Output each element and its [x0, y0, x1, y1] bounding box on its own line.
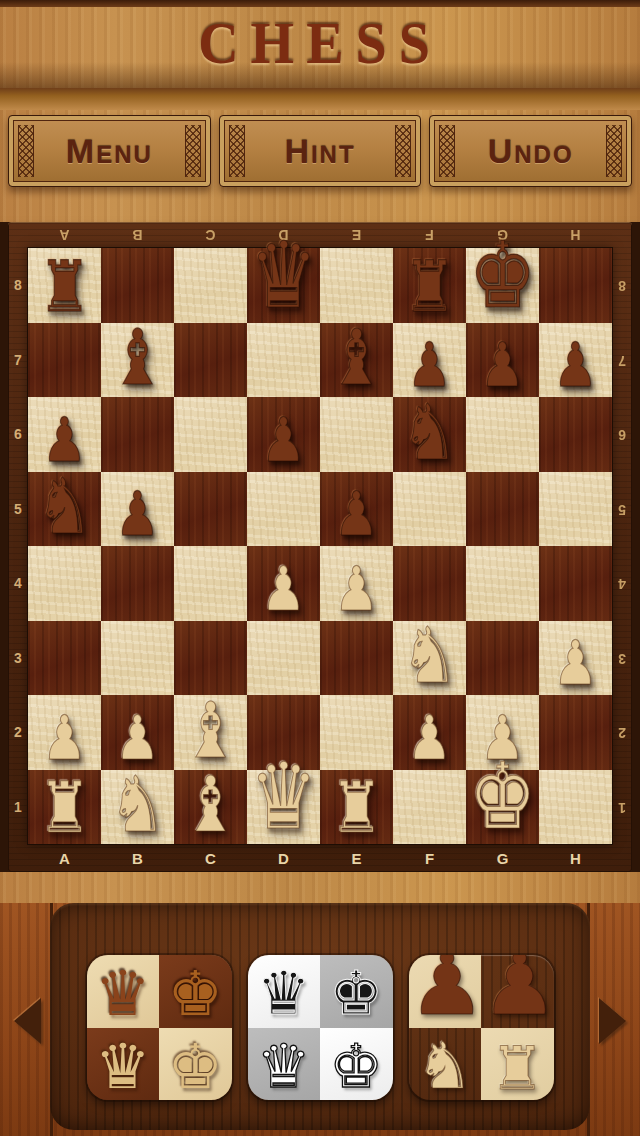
tile-square: ♚	[320, 955, 393, 1028]
piece-dark-knight-f6[interactable]: ♞	[393, 394, 466, 471]
file-label-c: C	[174, 847, 247, 869]
tile-square: ♜	[481, 1028, 554, 1101]
square-g4[interactable]	[466, 546, 539, 621]
title-shadow-groove	[0, 62, 640, 88]
tile-square: ♚	[159, 955, 232, 1028]
square-a8[interactable]: ♜	[28, 248, 101, 323]
tile-piece-queen: ♛	[87, 963, 160, 1025]
piece-white-queen-d1[interactable]: ♛	[247, 752, 320, 844]
square-a2[interactable]: ♟	[28, 695, 101, 770]
tile-square: ♛	[248, 955, 321, 1028]
square-b2[interactable]: ♟	[101, 695, 174, 770]
undo-button[interactable]: Undo	[429, 115, 632, 187]
square-e4[interactable]: ♟	[320, 546, 393, 621]
square-c1[interactable]: ♝	[174, 770, 247, 845]
tile-piece-queen: ♛	[87, 1036, 160, 1098]
piece-dark-bishop-e7[interactable]: ♝	[320, 319, 393, 396]
tile-piece-queen: ♛	[248, 1036, 321, 1096]
rank-label-7: 7	[8, 323, 28, 398]
rank-label-6: 6	[8, 397, 28, 472]
square-h4[interactable]	[539, 546, 612, 621]
menu-button-label: Menu	[66, 132, 153, 171]
plank-groove	[0, 88, 640, 110]
tile-piece-queen: ♛	[248, 963, 321, 1023]
braid-ornament-icon	[185, 125, 201, 177]
piece-set-option-carved-wood-set[interactable]: ♛♚♛♚	[87, 955, 232, 1100]
square-b1[interactable]: ♞	[101, 770, 174, 845]
square-d5[interactable]	[247, 472, 320, 547]
square-g3[interactable]	[466, 621, 539, 696]
file-label-f: F	[393, 847, 466, 869]
square-g7[interactable]: ♟	[466, 323, 539, 398]
next-set-button[interactable]	[599, 998, 626, 1044]
hint-button-label: Hint	[284, 132, 355, 171]
piece-white-king-g1[interactable]: ♚	[466, 752, 539, 844]
previous-set-button[interactable]	[14, 998, 41, 1044]
square-a3[interactable]	[28, 621, 101, 696]
tile-square: ♚	[320, 1028, 393, 1101]
square-c7[interactable]	[174, 323, 247, 398]
square-c2[interactable]: ♝	[174, 695, 247, 770]
square-f1[interactable]	[393, 770, 466, 845]
square-d8[interactable]: ♛	[247, 248, 320, 323]
braid-ornament-icon	[229, 125, 245, 177]
rank-label-4: 4	[8, 546, 28, 621]
rank-label-8: 8	[612, 248, 632, 323]
square-c4[interactable]	[174, 546, 247, 621]
braid-ornament-icon	[18, 125, 34, 177]
piece-dark-king-g8[interactable]: ♚	[466, 230, 539, 322]
chess-board[interactable]: ♜♛♜♚♝♝♟♟♟♟♟♞♞♟♟♟♟♞♟♟♟♝♟♟♜♞♝♛♜♚	[28, 248, 612, 844]
square-h8[interactable]	[539, 248, 612, 323]
file-label-c: C	[174, 225, 247, 246]
square-d1[interactable]: ♛	[247, 770, 320, 845]
piece-dark-pawn-h7[interactable]: ♟	[539, 335, 612, 396]
rank-label-2: 2	[8, 695, 28, 770]
piece-white-bishop-c1[interactable]: ♝	[174, 766, 247, 843]
file-label-e: E	[320, 847, 393, 869]
square-a6[interactable]: ♟	[28, 397, 101, 472]
square-b8[interactable]	[101, 248, 174, 323]
rank-label-5: 5	[8, 472, 28, 547]
tile-piece-king: ♚	[159, 1036, 232, 1098]
file-label-h: H	[539, 225, 612, 246]
tile-piece-king: ♚	[320, 963, 393, 1023]
braid-ornament-icon	[606, 125, 622, 177]
square-e7[interactable]: ♝	[320, 323, 393, 398]
piece-dark-knight-a5[interactable]: ♞	[28, 468, 101, 545]
square-d6[interactable]: ♟	[247, 397, 320, 472]
square-b6[interactable]	[101, 397, 174, 472]
square-b7[interactable]: ♝	[101, 323, 174, 398]
piece-dark-rook-a8[interactable]: ♜	[28, 251, 101, 322]
square-b4[interactable]	[101, 546, 174, 621]
square-f2[interactable]: ♟	[393, 695, 466, 770]
piece-white-rook-e1[interactable]: ♜	[320, 772, 393, 843]
square-e8[interactable]	[320, 248, 393, 323]
file-label-f: F	[393, 225, 466, 246]
square-h5[interactable]	[539, 472, 612, 547]
square-b3[interactable]	[101, 621, 174, 696]
file-label-a: A	[28, 225, 101, 246]
piece-white-pawn-d4[interactable]: ♟	[247, 559, 320, 620]
piece-dark-rook-f8[interactable]: ♜	[393, 251, 466, 322]
piece-dark-pawn-b5[interactable]: ♟	[101, 484, 174, 545]
tile-square: ♟	[481, 955, 554, 1028]
tile-square: ♞	[409, 1028, 482, 1101]
square-g5[interactable]	[466, 472, 539, 547]
square-f4[interactable]	[393, 546, 466, 621]
tile-square: ♟	[409, 955, 482, 1028]
piece-white-pawn-h3[interactable]: ♟	[539, 633, 612, 694]
tile-square: ♛	[87, 1028, 160, 1101]
spacer-strip	[0, 872, 640, 903]
tile-piece-knight: ♞	[409, 1034, 482, 1098]
square-a1[interactable]: ♜	[28, 770, 101, 845]
board-area: ABCDEFGH 87654321 87654321 ABCDEFGH ♜♛♜♚…	[0, 222, 640, 872]
piece-dark-pawn-g7[interactable]: ♟	[466, 335, 539, 396]
piece-set-picker: ♛♚♛♚♛♚♛♚♟♟♞♜	[0, 903, 640, 1136]
chess-app-screen: CHESS Menu Hint Undo ABCDEFGH 87654321 8…	[0, 0, 640, 1136]
rank-label-1: 1	[8, 770, 28, 845]
square-h1[interactable]	[539, 770, 612, 845]
tile-piece-king: ♚	[320, 1036, 393, 1096]
square-h7[interactable]: ♟	[539, 323, 612, 398]
tile-piece-pawn: ♟	[409, 955, 482, 1027]
square-c6[interactable]	[174, 397, 247, 472]
spacer-strip	[0, 192, 640, 222]
file-label-h: H	[539, 847, 612, 869]
rank-label-5: 5	[612, 472, 632, 547]
square-g8[interactable]: ♚	[466, 248, 539, 323]
file-label-b: B	[101, 225, 174, 246]
square-a7[interactable]	[28, 323, 101, 398]
tile-square: ♚	[159, 1028, 232, 1101]
braid-ornament-icon	[395, 125, 411, 177]
square-d3[interactable]	[247, 621, 320, 696]
piece-white-knight-f3[interactable]: ♞	[393, 617, 466, 694]
square-f3[interactable]: ♞	[393, 621, 466, 696]
braid-ornament-icon	[439, 125, 455, 177]
square-f6[interactable]: ♞	[393, 397, 466, 472]
square-f8[interactable]: ♜	[393, 248, 466, 323]
title-bar: CHESS	[0, 7, 640, 88]
tile-piece-rook: ♜	[481, 1038, 554, 1098]
square-a5[interactable]: ♞	[28, 472, 101, 547]
file-label-a: A	[28, 847, 101, 869]
file-label-b: B	[101, 847, 174, 869]
square-g6[interactable]	[466, 397, 539, 472]
piece-dark-pawn-e5[interactable]: ♟	[320, 484, 393, 545]
square-h3[interactable]: ♟	[539, 621, 612, 696]
rank-labels-left: 87654321	[8, 248, 28, 844]
rank-label-6: 6	[612, 397, 632, 472]
rank-label-2: 2	[612, 695, 632, 770]
square-e3[interactable]	[320, 621, 393, 696]
piece-set-option-wood-3d-set[interactable]: ♟♟♞♜	[409, 955, 554, 1100]
square-c8[interactable]	[174, 248, 247, 323]
rank-labels-right: 87654321	[612, 248, 632, 844]
rank-label-3: 3	[8, 621, 28, 696]
square-h2[interactable]	[539, 695, 612, 770]
piece-white-pawn-f2[interactable]: ♟	[393, 708, 466, 769]
undo-button-label: Undo	[488, 132, 574, 171]
menu-button[interactable]: Menu	[8, 115, 211, 187]
piece-set-option-classic-flat-set[interactable]: ♛♚♛♚	[248, 955, 393, 1100]
piece-white-pawn-e4[interactable]: ♟	[320, 559, 393, 620]
tile-piece-pawn: ♟	[481, 955, 554, 1027]
piece-dark-bishop-b7[interactable]: ♝	[101, 319, 174, 396]
top-edge-trim	[0, 0, 640, 7]
file-label-e: E	[320, 225, 393, 246]
square-h6[interactable]	[539, 397, 612, 472]
piece-dark-pawn-d6[interactable]: ♟	[247, 410, 320, 471]
square-d4[interactable]: ♟	[247, 546, 320, 621]
rank-label-3: 3	[612, 621, 632, 696]
piece-dark-pawn-f7[interactable]: ♟	[393, 335, 466, 396]
square-e2[interactable]	[320, 695, 393, 770]
square-g1[interactable]: ♚	[466, 770, 539, 845]
square-c3[interactable]	[174, 621, 247, 696]
toolbar: Menu Hint Undo	[0, 110, 640, 192]
square-a4[interactable]	[28, 546, 101, 621]
square-e6[interactable]	[320, 397, 393, 472]
square-b5[interactable]: ♟	[101, 472, 174, 547]
square-d7[interactable]	[247, 323, 320, 398]
tile-square: ♛	[87, 955, 160, 1028]
rank-label-8: 8	[8, 248, 28, 323]
piece-white-knight-b1[interactable]: ♞	[101, 766, 174, 843]
square-f7[interactable]: ♟	[393, 323, 466, 398]
square-c5[interactable]	[174, 472, 247, 547]
board-frame: ABCDEFGH 87654321 87654321 ABCDEFGH ♜♛♜♚…	[8, 222, 632, 872]
piece-white-bishop-c2[interactable]: ♝	[174, 692, 247, 769]
rank-label-7: 7	[612, 323, 632, 398]
piece-white-rook-a1[interactable]: ♜	[28, 772, 101, 843]
square-e1[interactable]: ♜	[320, 770, 393, 845]
rank-label-4: 4	[612, 546, 632, 621]
square-e5[interactable]: ♟	[320, 472, 393, 547]
hint-button[interactable]: Hint	[219, 115, 422, 187]
square-f5[interactable]	[393, 472, 466, 547]
tile-square: ♛	[248, 1028, 321, 1101]
rank-label-1: 1	[612, 770, 632, 845]
piece-white-pawn-a2[interactable]: ♟	[28, 708, 101, 769]
piece-dark-queen-d8[interactable]: ♛	[247, 230, 320, 322]
tile-piece-king: ♚	[159, 963, 232, 1025]
picker-panel: ♛♚♛♚♛♚♛♚♟♟♞♜	[50, 903, 590, 1130]
